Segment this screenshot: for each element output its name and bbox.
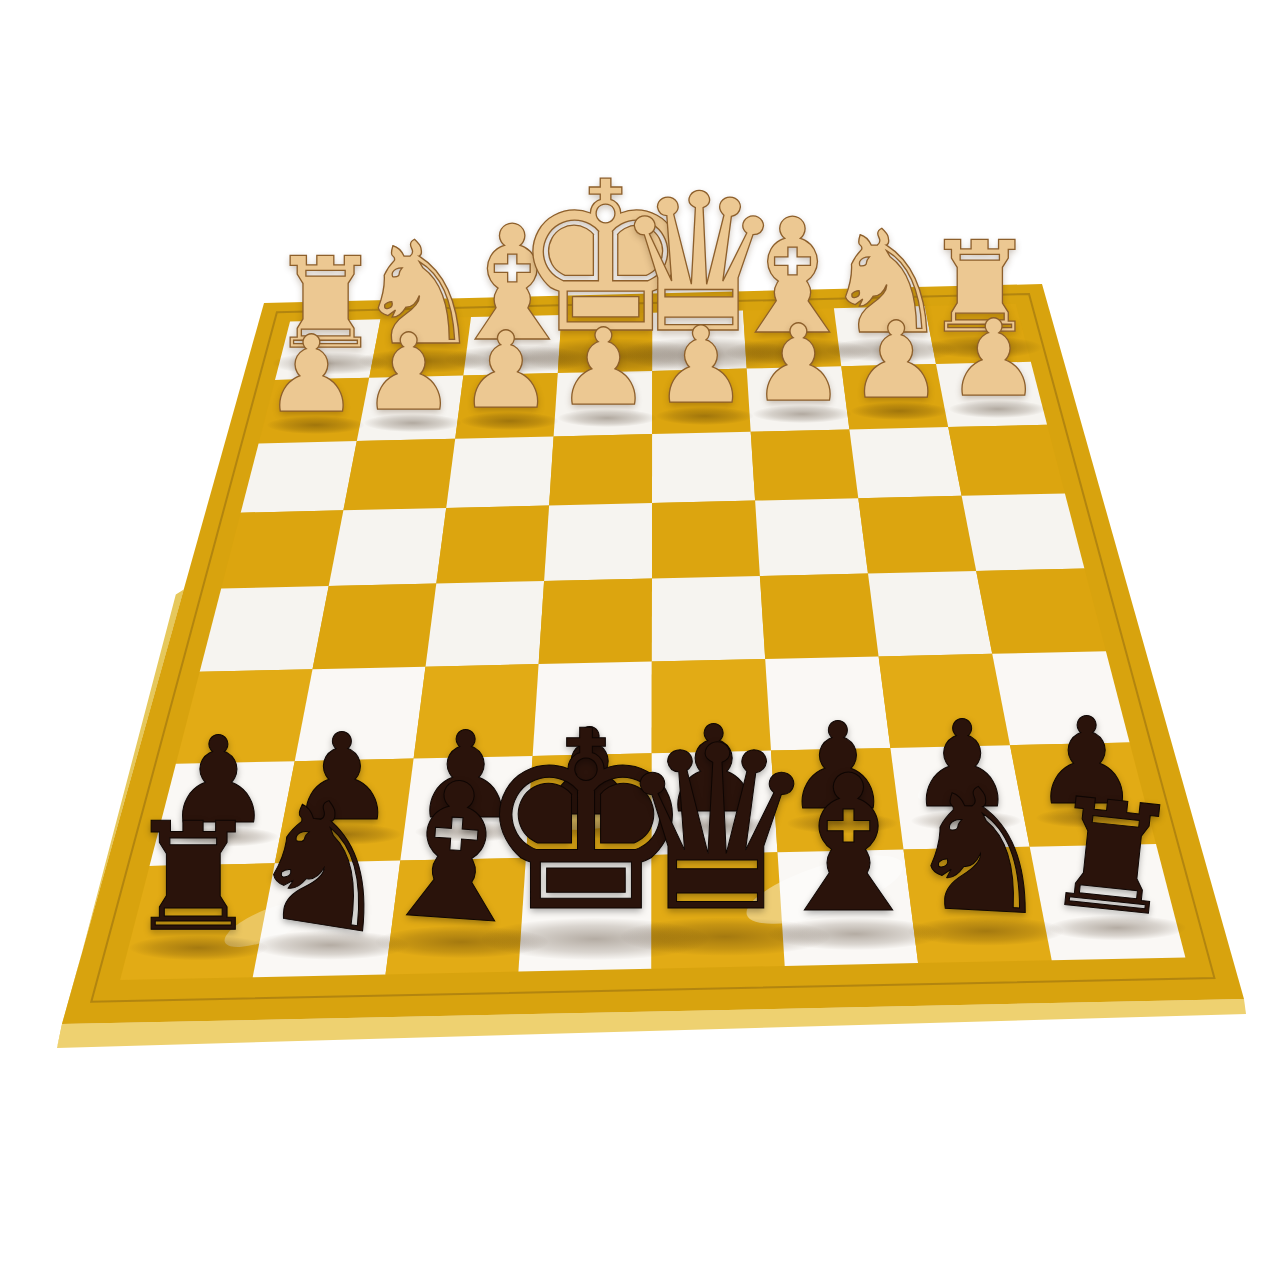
square-e3 bbox=[549, 434, 652, 505]
square-d3 bbox=[652, 432, 755, 503]
square-a1 bbox=[925, 304, 1031, 364]
square-c2 bbox=[747, 366, 850, 431]
square-b1 bbox=[834, 306, 936, 366]
square-e8 bbox=[518, 855, 651, 972]
square-h3 bbox=[241, 441, 357, 513]
square-f5 bbox=[426, 581, 545, 667]
square-g6 bbox=[295, 667, 426, 762]
square-b3 bbox=[849, 427, 961, 498]
square-e2 bbox=[554, 371, 653, 437]
square-c4 bbox=[755, 498, 868, 576]
square-f3 bbox=[446, 436, 553, 508]
square-b4 bbox=[858, 496, 976, 574]
square-c1 bbox=[743, 308, 841, 368]
square-d5 bbox=[652, 576, 765, 662]
square-d7 bbox=[652, 751, 778, 855]
square-e5 bbox=[539, 579, 652, 665]
square-f8 bbox=[386, 858, 526, 975]
square-f4 bbox=[436, 506, 549, 584]
square-f1 bbox=[463, 315, 561, 376]
square-f7 bbox=[400, 756, 532, 861]
square-e4 bbox=[544, 503, 652, 581]
square-h2 bbox=[259, 378, 370, 444]
square-g7 bbox=[275, 759, 414, 864]
square-a3 bbox=[948, 425, 1065, 496]
square-d2 bbox=[652, 369, 751, 435]
chess-board-photo: ♜♞♝♚♛♝♞♜♟♟♟♟♟♟♟♟♟♟♟♟♟♟♟♟♜♞♝♚♛♝♞♜ bbox=[0, 0, 1280, 1280]
square-f6 bbox=[414, 664, 539, 758]
square-d4 bbox=[652, 501, 760, 579]
square-b5 bbox=[868, 571, 992, 656]
square-d6 bbox=[652, 659, 771, 753]
square-e1 bbox=[558, 313, 653, 373]
square-g3 bbox=[343, 439, 455, 511]
square-f2 bbox=[455, 373, 558, 439]
square-a2 bbox=[936, 362, 1047, 427]
square-h4 bbox=[221, 510, 343, 588]
square-c3 bbox=[751, 429, 859, 500]
square-a4 bbox=[962, 493, 1085, 571]
square-b8 bbox=[904, 847, 1052, 963]
square-g2 bbox=[357, 375, 464, 441]
square-e6 bbox=[533, 662, 652, 756]
square-b2 bbox=[841, 364, 948, 429]
square-a6 bbox=[992, 651, 1129, 745]
square-d1 bbox=[652, 311, 747, 371]
square-a5 bbox=[976, 569, 1106, 654]
square-h1 bbox=[275, 319, 381, 380]
square-g4 bbox=[329, 508, 447, 586]
square-g1 bbox=[369, 317, 471, 378]
chess-board bbox=[0, 0, 1280, 1280]
square-c6 bbox=[765, 656, 890, 750]
square-g5 bbox=[313, 584, 437, 670]
square-c5 bbox=[760, 574, 879, 659]
square-c7 bbox=[771, 748, 904, 852]
square-h5 bbox=[200, 586, 329, 672]
square-b6 bbox=[879, 654, 1010, 748]
